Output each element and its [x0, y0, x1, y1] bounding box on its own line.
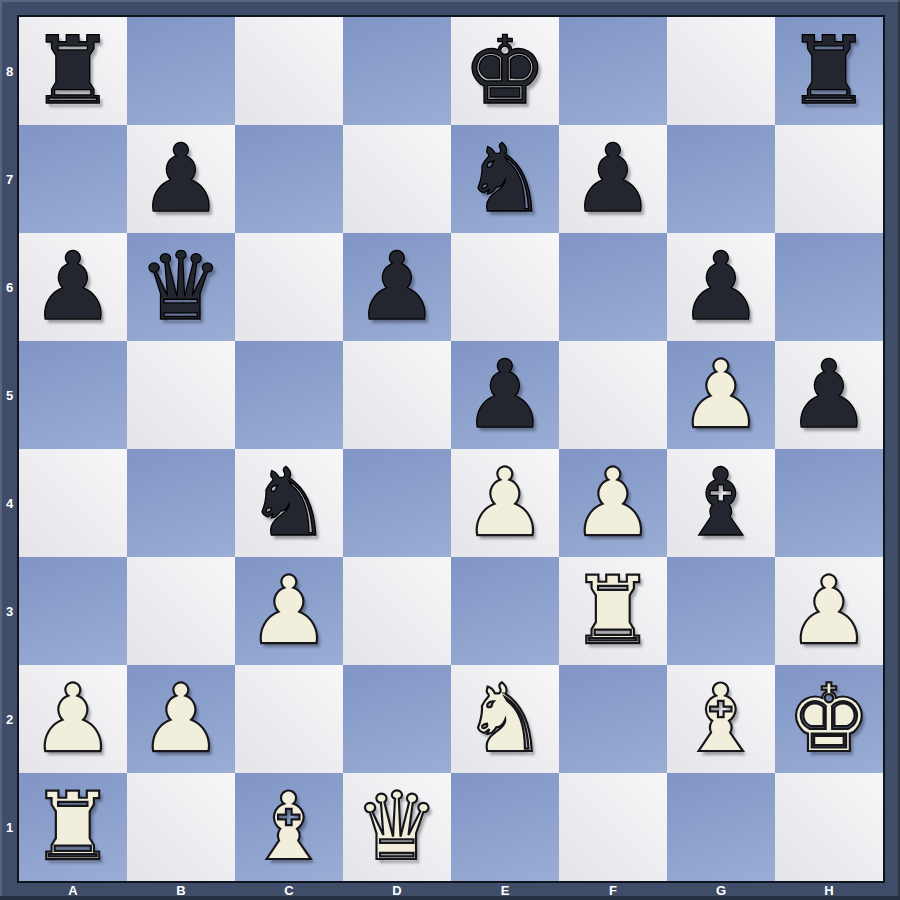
- square-b4[interactable]: [127, 449, 235, 557]
- square-c4[interactable]: ♞: [235, 449, 343, 557]
- square-h4[interactable]: [775, 449, 883, 557]
- square-d8[interactable]: [343, 17, 451, 125]
- square-d4[interactable]: [343, 449, 451, 557]
- square-g1[interactable]: [667, 773, 775, 881]
- piece-black-pawn-h5[interactable]: ♟: [787, 348, 871, 442]
- square-d2[interactable]: [343, 665, 451, 773]
- square-h5[interactable]: ♟: [775, 341, 883, 449]
- square-a3[interactable]: [19, 557, 127, 665]
- square-g7[interactable]: [667, 125, 775, 233]
- piece-black-knight-c4[interactable]: ♞: [247, 456, 331, 550]
- square-c8[interactable]: [235, 17, 343, 125]
- square-h3[interactable]: ♟: [775, 557, 883, 665]
- piece-white-king-h2[interactable]: ♚: [787, 672, 871, 766]
- square-a8[interactable]: ♜: [19, 17, 127, 125]
- piece-white-queen-d1[interactable]: ♛: [355, 780, 439, 874]
- piece-white-bishop-c1[interactable]: ♝: [247, 780, 331, 874]
- square-e5[interactable]: ♟: [451, 341, 559, 449]
- piece-white-pawn-g5[interactable]: ♟: [679, 348, 763, 442]
- piece-white-rook-a1[interactable]: ♜: [31, 780, 115, 874]
- square-a2[interactable]: ♟: [19, 665, 127, 773]
- square-e3[interactable]: [451, 557, 559, 665]
- square-f4[interactable]: ♟: [559, 449, 667, 557]
- chess-board: ♜♚♜♟♞♟♟♛♟♟♟♟♟♞♟♟♝♟♜♟♟♟♞♝♚♜♝♛: [19, 17, 883, 881]
- square-e8[interactable]: ♚: [451, 17, 559, 125]
- square-b7[interactable]: ♟: [127, 125, 235, 233]
- piece-white-pawn-f4[interactable]: ♟: [571, 456, 655, 550]
- square-f1[interactable]: [559, 773, 667, 881]
- piece-black-pawn-b7[interactable]: ♟: [139, 132, 223, 226]
- piece-black-rook-a8[interactable]: ♜: [31, 24, 115, 118]
- square-g2[interactable]: ♝: [667, 665, 775, 773]
- square-c2[interactable]: [235, 665, 343, 773]
- square-f8[interactable]: [559, 17, 667, 125]
- piece-white-pawn-a2[interactable]: ♟: [31, 672, 115, 766]
- square-a7[interactable]: [19, 125, 127, 233]
- piece-black-pawn-d6[interactable]: ♟: [355, 240, 439, 334]
- piece-white-knight-e2[interactable]: ♞: [463, 672, 547, 766]
- square-g6[interactable]: ♟: [667, 233, 775, 341]
- square-f5[interactable]: [559, 341, 667, 449]
- board-border: ♜♚♜♟♞♟♟♛♟♟♟♟♟♞♟♟♝♟♜♟♟♟♞♝♚♜♝♛: [17, 15, 885, 883]
- piece-black-king-e8[interactable]: ♚: [463, 24, 547, 118]
- square-h2[interactable]: ♚: [775, 665, 883, 773]
- piece-white-pawn-e4[interactable]: ♟: [463, 456, 547, 550]
- piece-black-bishop-g4[interactable]: ♝: [679, 456, 763, 550]
- piece-black-pawn-a6[interactable]: ♟: [31, 240, 115, 334]
- piece-black-pawn-f7[interactable]: ♟: [571, 132, 655, 226]
- piece-black-knight-e7[interactable]: ♞: [463, 132, 547, 226]
- square-e1[interactable]: [451, 773, 559, 881]
- square-h7[interactable]: [775, 125, 883, 233]
- square-a6[interactable]: ♟: [19, 233, 127, 341]
- square-h8[interactable]: ♜: [775, 17, 883, 125]
- square-e2[interactable]: ♞: [451, 665, 559, 773]
- square-b5[interactable]: [127, 341, 235, 449]
- square-g5[interactable]: ♟: [667, 341, 775, 449]
- square-h1[interactable]: [775, 773, 883, 881]
- square-c5[interactable]: [235, 341, 343, 449]
- square-e7[interactable]: ♞: [451, 125, 559, 233]
- square-f6[interactable]: [559, 233, 667, 341]
- piece-white-pawn-c3[interactable]: ♟: [247, 564, 331, 658]
- chess-board-frame: 87654321 ♜♚♜♟♞♟♟♛♟♟♟♟♟♞♟♟♝♟♜♟♟♟♞♝♚♜♝♛ AB…: [0, 0, 900, 900]
- square-b1[interactable]: [127, 773, 235, 881]
- square-c6[interactable]: [235, 233, 343, 341]
- square-a1[interactable]: ♜: [19, 773, 127, 881]
- square-e4[interactable]: ♟: [451, 449, 559, 557]
- square-f7[interactable]: ♟: [559, 125, 667, 233]
- square-c3[interactable]: ♟: [235, 557, 343, 665]
- piece-white-rook-f3[interactable]: ♜: [571, 564, 655, 658]
- piece-black-pawn-e5[interactable]: ♟: [463, 348, 547, 442]
- square-e6[interactable]: [451, 233, 559, 341]
- square-d1[interactable]: ♛: [343, 773, 451, 881]
- square-h6[interactable]: [775, 233, 883, 341]
- square-c7[interactable]: [235, 125, 343, 233]
- square-a4[interactable]: [19, 449, 127, 557]
- piece-white-pawn-b2[interactable]: ♟: [139, 672, 223, 766]
- square-d5[interactable]: [343, 341, 451, 449]
- piece-black-queen-b6[interactable]: ♛: [139, 240, 223, 334]
- square-f3[interactable]: ♜: [559, 557, 667, 665]
- square-g8[interactable]: [667, 17, 775, 125]
- piece-black-pawn-g6[interactable]: ♟: [679, 240, 763, 334]
- square-f2[interactable]: [559, 665, 667, 773]
- square-a5[interactable]: [19, 341, 127, 449]
- square-d7[interactable]: [343, 125, 451, 233]
- square-c1[interactable]: ♝: [235, 773, 343, 881]
- square-g4[interactable]: ♝: [667, 449, 775, 557]
- piece-white-pawn-h3[interactable]: ♟: [787, 564, 871, 658]
- square-g3[interactable]: [667, 557, 775, 665]
- square-b3[interactable]: [127, 557, 235, 665]
- frame-bottom-shade: [0, 896, 900, 900]
- square-b8[interactable]: [127, 17, 235, 125]
- piece-white-bishop-g2[interactable]: ♝: [679, 672, 763, 766]
- square-b2[interactable]: ♟: [127, 665, 235, 773]
- square-b6[interactable]: ♛: [127, 233, 235, 341]
- square-d3[interactable]: [343, 557, 451, 665]
- piece-black-rook-h8[interactable]: ♜: [787, 24, 871, 118]
- square-d6[interactable]: ♟: [343, 233, 451, 341]
